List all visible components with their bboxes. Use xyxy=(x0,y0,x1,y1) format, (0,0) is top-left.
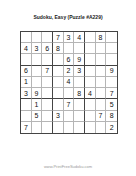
page-title: Sudoku, Easy (Puzzle #A229) xyxy=(0,14,136,20)
sudoku-cell-r8c7 xyxy=(85,111,96,122)
sudoku-cell-r5c4 xyxy=(53,77,64,88)
sudoku-cell-r5c8 xyxy=(96,77,107,88)
sudoku-cell-r8c8: 7 xyxy=(96,111,107,122)
sudoku-cell-r2c7 xyxy=(85,43,96,54)
sudoku-cell-r6c6: 8 xyxy=(74,88,85,99)
sudoku-cell-r1c6: 4 xyxy=(74,32,85,43)
sudoku-cell-r4c7 xyxy=(85,66,96,77)
sudoku-cell-r9c6 xyxy=(74,122,85,133)
sudoku-cell-r3c9 xyxy=(106,54,117,65)
sudoku-cell-r9c1: 7 xyxy=(21,122,32,133)
sudoku-cell-r8c3 xyxy=(42,111,53,122)
sudoku-cell-r2c3: 6 xyxy=(42,43,53,54)
sudoku-cell-r8c2: 5 xyxy=(32,111,43,122)
sudoku-cell-r1c1 xyxy=(21,32,32,43)
sudoku-cell-r8c6 xyxy=(74,111,85,122)
sudoku-grid: 7348436869672391439847175537872 xyxy=(20,31,118,134)
sudoku-cell-r9c9: 2 xyxy=(106,122,117,133)
sudoku-cell-r2c5 xyxy=(64,43,75,54)
sudoku-cell-r5c2 xyxy=(32,77,43,88)
sudoku-page: Sudoku, Easy (Puzzle #A229) 734843686967… xyxy=(0,0,136,176)
sudoku-cell-r9c7 xyxy=(85,122,96,133)
sudoku-cell-r3c8 xyxy=(96,54,107,65)
sudoku-cell-r6c9: 7 xyxy=(106,88,117,99)
sudoku-cell-r2c8 xyxy=(96,43,107,54)
sudoku-cell-r7c5: 7 xyxy=(64,99,75,110)
sudoku-cell-r5c5: 4 xyxy=(64,77,75,88)
sudoku-cell-r4c5: 2 xyxy=(64,66,75,77)
sudoku-cell-r8c9: 8 xyxy=(106,111,117,122)
sudoku-cell-r7c7 xyxy=(85,99,96,110)
sudoku-cell-r7c6 xyxy=(74,99,85,110)
footer-url: www.PrintFreeSudoku.com xyxy=(0,164,136,169)
sudoku-cell-r2c9 xyxy=(106,43,117,54)
sudoku-cell-r6c1: 3 xyxy=(21,88,32,99)
sudoku-cell-r9c8 xyxy=(96,122,107,133)
sudoku-cell-r8c4: 3 xyxy=(53,111,64,122)
sudoku-cell-r6c2: 9 xyxy=(32,88,43,99)
sudoku-cell-r4c2 xyxy=(32,66,43,77)
sudoku-cell-r2c6 xyxy=(74,43,85,54)
sudoku-cell-r5c3 xyxy=(42,77,53,88)
sudoku-cell-r6c8 xyxy=(96,88,107,99)
sudoku-cell-r7c4 xyxy=(53,99,64,110)
sudoku-cell-r7c2: 1 xyxy=(32,99,43,110)
sudoku-cell-r1c2 xyxy=(32,32,43,43)
sudoku-cell-r2c1: 4 xyxy=(21,43,32,54)
sudoku-cell-r5c1: 1 xyxy=(21,77,32,88)
sudoku-cell-r1c4: 7 xyxy=(53,32,64,43)
sudoku-cell-r2c4: 8 xyxy=(53,43,64,54)
sudoku-cell-r3c2 xyxy=(32,54,43,65)
sudoku-cell-r1c3 xyxy=(42,32,53,43)
sudoku-cell-r1c8: 8 xyxy=(96,32,107,43)
sudoku-cell-r7c9: 5 xyxy=(106,99,117,110)
sudoku-cell-r3c3 xyxy=(42,54,53,65)
sudoku-cell-r9c5 xyxy=(64,122,75,133)
sudoku-cell-r6c4 xyxy=(53,88,64,99)
sudoku-cell-r4c3: 7 xyxy=(42,66,53,77)
sudoku-cell-r9c3 xyxy=(42,122,53,133)
sudoku-cell-r4c9: 9 xyxy=(106,66,117,77)
sudoku-cell-r4c4 xyxy=(53,66,64,77)
sudoku-cell-r6c7: 4 xyxy=(85,88,96,99)
sudoku-cell-r1c9 xyxy=(106,32,117,43)
sudoku-cell-r3c4 xyxy=(53,54,64,65)
sudoku-cell-r3c6: 9 xyxy=(74,54,85,65)
sudoku-cell-r2c2: 3 xyxy=(32,43,43,54)
sudoku-cell-r5c9 xyxy=(106,77,117,88)
sudoku-cell-r1c7 xyxy=(85,32,96,43)
sudoku-cell-r7c8 xyxy=(96,99,107,110)
sudoku-cell-r8c5 xyxy=(64,111,75,122)
sudoku-cell-r6c5 xyxy=(64,88,75,99)
sudoku-cell-r7c3 xyxy=(42,99,53,110)
sudoku-cell-r9c4 xyxy=(53,122,64,133)
sudoku-cell-r5c7 xyxy=(85,77,96,88)
sudoku-cell-r1c5: 3 xyxy=(64,32,75,43)
sudoku-cell-r7c1 xyxy=(21,99,32,110)
sudoku-cell-r3c7 xyxy=(85,54,96,65)
sudoku-cell-r6c3 xyxy=(42,88,53,99)
sudoku-cell-r4c1: 6 xyxy=(21,66,32,77)
sudoku-cell-r9c2 xyxy=(32,122,43,133)
sudoku-cell-r5c6 xyxy=(74,77,85,88)
sudoku-cell-r3c5: 6 xyxy=(64,54,75,65)
sudoku-cell-r3c1 xyxy=(21,54,32,65)
sudoku-cell-r8c1 xyxy=(21,111,32,122)
sudoku-cell-r4c8 xyxy=(96,66,107,77)
sudoku-cell-r4c6: 3 xyxy=(74,66,85,77)
